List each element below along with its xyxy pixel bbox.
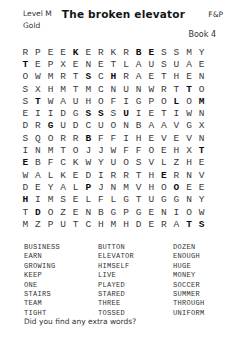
grid-cell: U	[95, 120, 108, 132]
grid-cell: R	[57, 71, 70, 83]
grid-cell: O	[107, 120, 120, 132]
grid-cell: E	[69, 58, 82, 70]
grid-cell: U	[145, 194, 158, 206]
grid-cell: S	[170, 46, 183, 58]
word-item: ENOUGH	[173, 252, 205, 261]
grid-cell: Z	[32, 218, 45, 230]
grid-cell: H	[183, 157, 196, 169]
grid-cell: L	[82, 194, 95, 206]
grid-cell: N	[158, 206, 171, 218]
grid-cell: R	[158, 83, 171, 95]
grid-cell: E	[158, 169, 171, 181]
grid-cell: T	[19, 206, 32, 218]
grid-cell: E	[145, 218, 158, 230]
grid-cell: C	[82, 218, 95, 230]
grid-cell: O	[158, 181, 171, 193]
grid-cell: H	[82, 95, 95, 107]
grid-cell: B	[95, 206, 108, 218]
grid-cell: F	[95, 132, 108, 144]
grid-cell: Y	[195, 194, 208, 206]
grid-cell: W	[107, 144, 120, 156]
word-item: STAIRS	[24, 290, 98, 299]
grid-cell: X	[57, 58, 70, 70]
grid-cell: M	[44, 71, 57, 83]
grid-cell: R	[120, 71, 133, 83]
word-item: BUSINESS	[24, 243, 98, 252]
grid-cell: D	[19, 181, 32, 193]
grid-cell: T	[170, 83, 183, 95]
grid-cell: T	[158, 107, 171, 119]
grid-cell: M	[120, 181, 133, 193]
grid-cell: O	[19, 71, 32, 83]
grid-cell: M	[82, 83, 95, 95]
grid-cell: E	[82, 46, 95, 58]
grid-cell: T	[69, 218, 82, 230]
grid-cell: Y	[95, 157, 108, 169]
word-item: STARED	[98, 290, 173, 299]
grid-cell: C	[95, 83, 108, 95]
grid-cell: G	[132, 95, 145, 107]
grid-cell: E	[145, 132, 158, 144]
word-item: SUMMER	[173, 290, 205, 299]
grid-cell: X	[195, 120, 208, 132]
grid-cell: N	[183, 169, 196, 181]
grid-cell: N	[195, 132, 208, 144]
grid-cell: O	[69, 144, 82, 156]
grid-cell: A	[158, 120, 171, 132]
grid-cell: E	[69, 206, 82, 218]
grid-cell: E	[195, 157, 208, 169]
grid-cell: R	[95, 46, 108, 58]
grid-cell: E	[32, 181, 45, 193]
grid-cell: T	[69, 71, 82, 83]
grid-cell: H	[95, 218, 108, 230]
grid-cell: G	[69, 107, 82, 119]
grid-cell: A	[132, 71, 145, 83]
grid-cell: Q	[32, 132, 45, 144]
grid-cell: C	[57, 157, 70, 169]
grid-cell: N	[32, 144, 45, 156]
grid-cell: E	[145, 206, 158, 218]
grid-cell: S	[82, 71, 95, 83]
grid-cell: M	[57, 83, 70, 95]
grid-cell: W	[44, 95, 57, 107]
grid-cell: I	[170, 206, 183, 218]
grid-cell: F	[44, 157, 57, 169]
grid-cell: N	[120, 120, 133, 132]
word-list-column: DOZENENOUGHHUGEMONEYSOCCERSUMMERTHROUGHU…	[173, 243, 205, 318]
word-list-column: BUTTONELEVATORHIMSELFLIVEPLAYEDSTAREDTHR…	[98, 243, 173, 318]
grid-cell: S	[82, 107, 95, 119]
word-item: THROUGH	[173, 299, 205, 308]
grid-cell: T	[183, 83, 196, 95]
grid-cell: E	[32, 58, 45, 70]
word-item: EARN	[24, 252, 98, 261]
grid-cell: U	[107, 157, 120, 169]
grid-cell: A	[132, 58, 145, 70]
grid-cell: D	[69, 120, 82, 132]
grid-cell: E	[69, 194, 82, 206]
grid-cell: T	[183, 218, 196, 230]
grid-cell: E	[95, 58, 108, 70]
grid-cell: M	[107, 218, 120, 230]
grid-cell: N	[107, 83, 120, 95]
grid-cell: Z	[170, 157, 183, 169]
word-item: ELEVATOR	[98, 252, 173, 261]
grid-cell: D	[32, 206, 45, 218]
grid-cell: M	[195, 95, 208, 107]
grid-cell: S	[19, 83, 32, 95]
grid-cell: E	[19, 107, 32, 119]
word-list-column: BUSINESSEARNGROWINGKEEPONESTAIRSTEAMTIGH…	[24, 243, 98, 318]
grid-cell: F	[107, 132, 120, 144]
grid-cell: I	[32, 107, 45, 119]
grid-cell: S	[132, 157, 145, 169]
grid-cell: P	[82, 181, 95, 193]
grid-cell: Y	[195, 46, 208, 58]
grid-cell: L	[107, 194, 120, 206]
grid-cell: W	[19, 169, 32, 181]
grid-cell: O	[120, 157, 133, 169]
grid-cell: I	[44, 107, 57, 119]
grid-cell: D	[57, 107, 70, 119]
grid-cell: E	[195, 58, 208, 70]
grid-cell: X	[183, 144, 196, 156]
grid-cell: C	[95, 71, 108, 83]
grid-cell: O	[158, 95, 171, 107]
grid-cell: L	[120, 58, 133, 70]
grid-cell: N	[195, 107, 208, 119]
grid-cell: D	[132, 218, 145, 230]
grid-cell: T	[132, 194, 145, 206]
grid-cell: E	[19, 157, 32, 169]
word-item: GROWING	[24, 262, 98, 271]
grid-cell: O	[95, 95, 108, 107]
grid-cell: V	[183, 132, 196, 144]
grid-cell: E	[145, 107, 158, 119]
word-item: LIVE	[98, 271, 173, 280]
grid-cell: B	[132, 46, 145, 58]
grid-cell: E	[183, 181, 196, 193]
grid-cell: O	[170, 181, 183, 193]
grid-cell: P	[120, 206, 133, 218]
word-item: TEAM	[24, 299, 98, 308]
grid-cell: K	[107, 46, 120, 58]
grid-cell: T	[19, 58, 32, 70]
word-item: SOCCER	[173, 281, 205, 290]
grid-cell: M	[19, 218, 32, 230]
grid-cell: A	[170, 218, 183, 230]
grid-cell: M	[44, 144, 57, 156]
grid-cell: V	[195, 169, 208, 181]
word-item: UNIFORM	[173, 309, 205, 318]
grid-cell: G	[158, 194, 171, 206]
grid-cell: B	[82, 132, 95, 144]
grid-cell: T	[57, 144, 70, 156]
grid-cell: E	[145, 71, 158, 83]
grid-cell: G	[183, 120, 196, 132]
word-item: KEEP	[24, 271, 98, 280]
grid-cell: A	[145, 120, 158, 132]
level-value: Gold	[23, 21, 40, 30]
grid-cell: R	[69, 132, 82, 144]
grid-cell: L	[44, 169, 57, 181]
grid-cell: U	[57, 218, 70, 230]
grid-cell: A	[57, 181, 70, 193]
grid-cell: N	[82, 58, 95, 70]
grid-cell: Y	[44, 181, 57, 193]
grid-cell: E	[145, 46, 158, 58]
word-list: BUSINESSEARNGROWINGKEEPONESTAIRSTEAMTIGH…	[24, 243, 205, 318]
grid-cell: H	[145, 169, 158, 181]
grid-cell: W	[145, 83, 158, 95]
word-item: THREE	[98, 299, 173, 308]
grid-cell: F	[120, 144, 133, 156]
grid-cell: S	[19, 132, 32, 144]
grid-cell: P	[44, 218, 57, 230]
grid-cell: I	[170, 107, 183, 119]
grid-cell: U	[57, 120, 70, 132]
grid-cell: O	[44, 132, 57, 144]
grid-cell: O	[183, 206, 196, 218]
grid-cell: U	[145, 58, 158, 70]
word-item: HIMSELF	[98, 262, 173, 271]
grid-cell: H	[132, 132, 145, 144]
word-search-grid: RPEEKERKRBESSMYTEPXENETLAUSUAEOWMRTSCHRA…	[19, 46, 208, 230]
grid-cell: V	[170, 120, 183, 132]
grid-cell: R	[57, 132, 70, 144]
grid-cell: D	[82, 169, 95, 181]
grid-cell: I	[120, 132, 133, 144]
grid-cell: E	[183, 71, 196, 83]
grid-cell: N	[107, 181, 120, 193]
grid-cell: G	[120, 194, 133, 206]
grid-cell: N	[82, 206, 95, 218]
grid-cell: S	[19, 95, 32, 107]
grid-cell: T	[32, 95, 45, 107]
grid-cell: V	[145, 157, 158, 169]
grid-cell: N	[132, 83, 145, 95]
grid-cell: H	[145, 181, 158, 193]
grid-cell: T	[107, 58, 120, 70]
grid-cell: H	[107, 71, 120, 83]
grid-cell: H	[170, 144, 183, 156]
grid-cell: S	[95, 107, 108, 119]
worksheet-page: Level M Gold The broken elevator F&P Boo…	[0, 0, 247, 350]
grid-cell: N	[195, 71, 208, 83]
grid-cell: M	[44, 194, 57, 206]
grid-cell: P	[145, 95, 158, 107]
grid-cell: H	[44, 83, 57, 95]
grid-cell: X	[32, 83, 45, 95]
grid-cell: U	[170, 58, 183, 70]
grid-cell: L	[170, 95, 183, 107]
grid-cell: S	[107, 107, 120, 119]
grid-cell: R	[32, 120, 45, 132]
grid-cell: K	[57, 169, 70, 181]
grid-cell: R	[107, 169, 120, 181]
grid-cell: L	[69, 181, 82, 193]
grid-cell: R	[19, 46, 32, 58]
grid-cell: J	[95, 181, 108, 193]
grid-cell: I	[19, 144, 32, 156]
grid-cell: I	[95, 169, 108, 181]
grid-cell: F	[132, 144, 145, 156]
grid-cell: P	[32, 46, 45, 58]
word-item: BUTTON	[98, 243, 173, 252]
grid-cell: E	[57, 46, 70, 58]
grid-cell: O	[195, 83, 208, 95]
word-item: MONEY	[173, 271, 205, 280]
word-item: HUGE	[173, 262, 205, 271]
grid-cell: G	[170, 194, 183, 206]
grid-cell: N	[183, 194, 196, 206]
grid-cell: S	[158, 46, 171, 58]
grid-cell: A	[32, 169, 45, 181]
grid-cell: E	[170, 132, 183, 144]
grid-cell: P	[44, 58, 57, 70]
grid-cell: K	[69, 46, 82, 58]
grid-cell: U	[120, 83, 133, 95]
grid-cell: J	[82, 144, 95, 156]
grid-cell: A	[57, 95, 70, 107]
grid-cell: T	[195, 144, 208, 156]
grid-cell: T	[132, 169, 145, 181]
grid-cell: H	[170, 71, 183, 83]
grid-cell: H	[19, 194, 32, 206]
grid-cell: Z	[57, 206, 70, 218]
grid-cell: K	[69, 157, 82, 169]
grid-cell: E	[158, 144, 171, 156]
grid-cell: V	[158, 132, 171, 144]
grid-cell: O	[44, 206, 57, 218]
grid-cell: V	[132, 181, 145, 193]
grid-cell: S	[57, 194, 70, 206]
grid-cell: I	[132, 107, 145, 119]
grid-cell: H	[120, 218, 133, 230]
word-item: ONE	[24, 281, 98, 290]
fp-label: F&P	[208, 10, 223, 19]
grid-cell: D	[19, 120, 32, 132]
grid-cell: W	[195, 206, 208, 218]
grid-cell: M	[183, 46, 196, 58]
grid-cell: U	[69, 95, 82, 107]
grid-cell: B	[32, 157, 45, 169]
grid-cell: W	[82, 157, 95, 169]
grid-cell: A	[183, 58, 196, 70]
grid-cell: G	[44, 120, 57, 132]
grid-cell: L	[158, 157, 171, 169]
grid-cell: F	[95, 194, 108, 206]
grid-cell: T	[158, 71, 171, 83]
word-item: PLAYED	[98, 281, 173, 290]
grid-cell: F	[107, 95, 120, 107]
grid-cell: E	[69, 169, 82, 181]
grid-cell: R	[120, 169, 133, 181]
word-item: DOZEN	[173, 243, 205, 252]
grid-cell: S	[195, 218, 208, 230]
grid-cell: O	[145, 144, 158, 156]
grid-cell: W	[183, 107, 196, 119]
grid-cell: C	[82, 120, 95, 132]
grid-cell: R	[120, 46, 133, 58]
grid-cell: S	[158, 58, 171, 70]
grid-cell: I	[120, 95, 133, 107]
grid-cell: I	[32, 194, 45, 206]
grid-cell: O	[183, 95, 196, 107]
grid-cell: G	[132, 206, 145, 218]
grid-cell: G	[107, 206, 120, 218]
grid-cell: E	[195, 181, 208, 193]
grid-cell: E	[44, 46, 57, 58]
extra-words-question: Did you find any extra words?	[24, 317, 136, 326]
grid-cell: U	[120, 107, 133, 119]
grid-cell: J	[95, 144, 108, 156]
grid-cell: T	[69, 83, 82, 95]
book-label: Book 4	[188, 30, 216, 39]
grid-cell: R	[158, 218, 171, 230]
grid-cell: B	[132, 120, 145, 132]
grid-cell: W	[32, 71, 45, 83]
grid-cell: R	[170, 169, 183, 181]
